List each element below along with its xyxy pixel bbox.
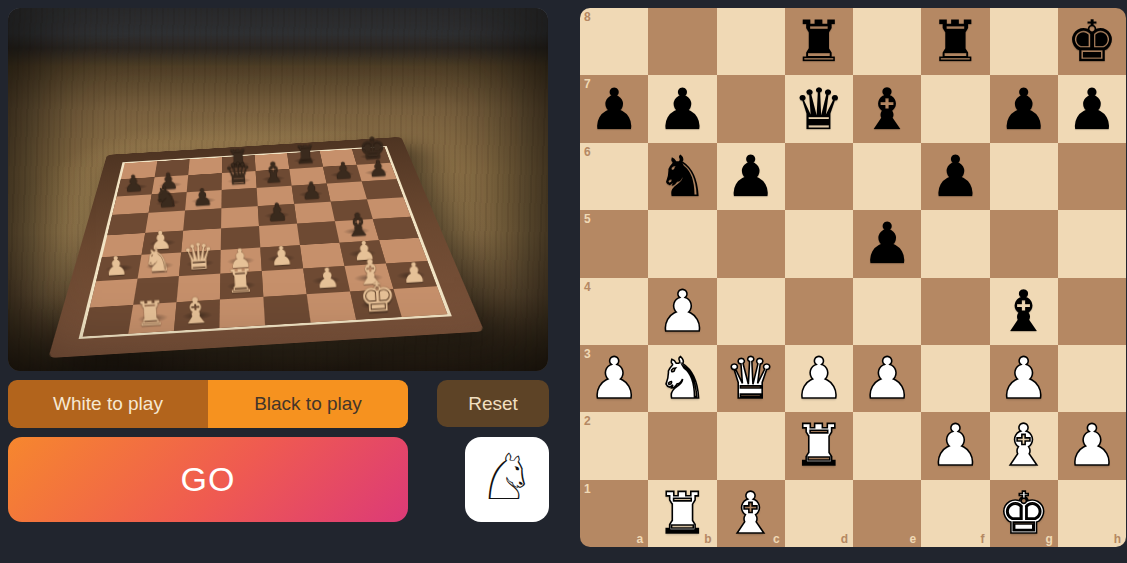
square-d2[interactable]: ♜ — [785, 412, 853, 479]
rank-label-2: 2 — [584, 414, 591, 428]
reset-button[interactable]: Reset — [437, 380, 549, 427]
square-d5[interactable] — [785, 210, 853, 277]
black-bishop-e7[interactable]: ♝ — [862, 81, 913, 138]
square-h7[interactable]: ♟ — [1058, 75, 1126, 142]
square-f2[interactable]: ♟ — [921, 412, 989, 479]
square-b2[interactable] — [648, 412, 716, 479]
black-pawn-g7[interactable]: ♟ — [998, 81, 1049, 138]
rank-label-1: 1 — [584, 482, 591, 496]
square-e3[interactable]: ♟ — [853, 345, 921, 412]
square-h2[interactable]: ♟ — [1058, 412, 1126, 479]
black-knight-b6[interactable]: ♞ — [657, 148, 708, 205]
square-f8[interactable]: ♜ — [921, 8, 989, 75]
square-g7[interactable]: ♟ — [990, 75, 1058, 142]
white-bishop-c1[interactable]: ♝ — [725, 485, 776, 542]
file-label-g: g — [1045, 532, 1052, 546]
square-e2[interactable] — [853, 412, 921, 479]
white-pawn-g3[interactable]: ♟ — [998, 350, 1049, 407]
square-e4[interactable] — [853, 278, 921, 345]
black-pawn-c6[interactable]: ♟ — [725, 148, 776, 205]
square-h1[interactable]: h — [1058, 480, 1126, 547]
file-label-e: e — [910, 532, 917, 546]
rank-label-6: 6 — [584, 145, 591, 159]
file-label-b: b — [704, 532, 711, 546]
black-pawn-b7[interactable]: ♟ — [657, 81, 708, 138]
white-bishop-g2[interactable]: ♝ — [998, 417, 1049, 474]
white-queen-c3[interactable]: ♛ — [725, 350, 776, 407]
square-a3[interactable]: 3♟ — [580, 345, 648, 412]
square-g8[interactable] — [990, 8, 1058, 75]
app-root: ♜♜♚♟♟♛♝♟♟♞♟♟♟♟♝♟♞♛♟♟♟♜♟♝♟♜♝♚ White to pl… — [0, 0, 1127, 563]
square-g2[interactable]: ♝ — [990, 412, 1058, 479]
square-c3[interactable]: ♛ — [717, 345, 785, 412]
board-3d-photo: ♜♜♚♟♟♛♝♟♟♞♟♟♟♟♝♟♞♛♟♟♟♜♟♝♟♜♝♚ — [8, 8, 548, 371]
square-b8[interactable] — [648, 8, 716, 75]
square-a2[interactable]: 2 — [580, 412, 648, 479]
white-knight-b3[interactable]: ♞ — [657, 350, 708, 407]
file-label-h: h — [1114, 532, 1121, 546]
square-g5[interactable] — [990, 210, 1058, 277]
black-rook-f8[interactable]: ♜ — [930, 13, 981, 70]
square-d7[interactable]: ♛ — [785, 75, 853, 142]
square-h3[interactable] — [1058, 345, 1126, 412]
square-d6[interactable] — [785, 143, 853, 210]
square-f5[interactable] — [921, 210, 989, 277]
square-e7[interactable]: ♝ — [853, 75, 921, 142]
square-e6[interactable] — [853, 143, 921, 210]
square-a1[interactable]: 1a — [580, 480, 648, 547]
square-f3[interactable] — [921, 345, 989, 412]
square-c4[interactable] — [717, 278, 785, 345]
square-a4[interactable]: 4 — [580, 278, 648, 345]
square-e5[interactable]: ♟ — [853, 210, 921, 277]
square-a5[interactable]: 5 — [580, 210, 648, 277]
lichess-knight-icon: ♘ — [478, 445, 535, 509]
white-pawn-h2[interactable]: ♟ — [1066, 417, 1117, 474]
file-label-a: a — [637, 532, 644, 546]
square-d1[interactable]: d — [785, 480, 853, 547]
square-a7[interactable]: 7♟ — [580, 75, 648, 142]
white-pawn-b4[interactable]: ♟ — [657, 283, 708, 340]
square-f1[interactable]: f — [921, 480, 989, 547]
square-b6[interactable]: ♞ — [648, 143, 716, 210]
square-g3[interactable]: ♟ — [990, 345, 1058, 412]
black-pawn-a7[interactable]: ♟ — [589, 81, 640, 138]
square-d4[interactable] — [785, 278, 853, 345]
square-g6[interactable] — [990, 143, 1058, 210]
rank-label-5: 5 — [584, 212, 591, 226]
square-c7[interactable] — [717, 75, 785, 142]
white-to-play-button[interactable]: White to play — [8, 380, 208, 428]
square-g1[interactable]: g♚ — [990, 480, 1058, 547]
square-d8[interactable]: ♜ — [785, 8, 853, 75]
white-pawn-e3[interactable]: ♟ — [862, 350, 913, 407]
black-pawn-h7[interactable]: ♟ — [1066, 81, 1117, 138]
square-c1[interactable]: c♝ — [717, 480, 785, 547]
square-e8[interactable] — [853, 8, 921, 75]
square-b5[interactable] — [648, 210, 716, 277]
black-king-h8[interactable]: ♚ — [1066, 13, 1117, 70]
black-pawn-e5[interactable]: ♟ — [862, 215, 913, 272]
rank-label-8: 8 — [584, 10, 591, 24]
file-label-d: d — [841, 532, 848, 546]
square-g4[interactable]: ♝ — [990, 278, 1058, 345]
board-2d: 8♜♜♚7♟♟♛♝♟♟6♞♟♟5♟4♟♝3♟♞♛♟♟♟2♜♟♝♟1ab♜c♝de… — [580, 8, 1126, 547]
square-a8[interactable]: 8 — [580, 8, 648, 75]
photo-vignette — [8, 8, 548, 371]
square-h4[interactable] — [1058, 278, 1126, 345]
white-pawn-a3[interactable]: ♟ — [589, 350, 640, 407]
black-bishop-g4[interactable]: ♝ — [998, 283, 1049, 340]
lichess-logo[interactable]: ♘ — [465, 437, 549, 522]
square-b1[interactable]: b♜ — [648, 480, 716, 547]
black-rook-d8[interactable]: ♜ — [793, 13, 844, 70]
go-button[interactable]: GO — [8, 437, 408, 522]
square-b4[interactable]: ♟ — [648, 278, 716, 345]
square-c2[interactable] — [717, 412, 785, 479]
square-f6[interactable]: ♟ — [921, 143, 989, 210]
rank-label-7: 7 — [584, 77, 591, 91]
square-c6[interactable]: ♟ — [717, 143, 785, 210]
white-rook-b1[interactable]: ♜ — [657, 485, 708, 542]
square-e1[interactable]: e — [853, 480, 921, 547]
rank-label-3: 3 — [584, 347, 591, 361]
square-b7[interactable]: ♟ — [648, 75, 716, 142]
white-king-g1[interactable]: ♚ — [998, 485, 1049, 542]
side-to-play-toggle: White to play Black to play — [8, 380, 408, 428]
file-label-f: f — [981, 532, 985, 546]
square-c8[interactable] — [717, 8, 785, 75]
square-c5[interactable] — [717, 210, 785, 277]
square-a6[interactable]: 6 — [580, 143, 648, 210]
square-b3[interactable]: ♞ — [648, 345, 716, 412]
square-d3[interactable]: ♟ — [785, 345, 853, 412]
square-f4[interactable] — [921, 278, 989, 345]
black-queen-d7[interactable]: ♛ — [793, 81, 844, 138]
square-h8[interactable]: ♚ — [1058, 8, 1126, 75]
black-pawn-f6[interactable]: ♟ — [930, 148, 981, 205]
square-h6[interactable] — [1058, 143, 1126, 210]
white-rook-d2[interactable]: ♜ — [793, 417, 844, 474]
square-f7[interactable] — [921, 75, 989, 142]
rank-label-4: 4 — [584, 280, 591, 294]
file-label-c: c — [773, 532, 780, 546]
white-pawn-f2[interactable]: ♟ — [930, 417, 981, 474]
white-pawn-d3[interactable]: ♟ — [793, 350, 844, 407]
square-h5[interactable] — [1058, 210, 1126, 277]
black-to-play-button[interactable]: Black to play — [208, 380, 408, 428]
